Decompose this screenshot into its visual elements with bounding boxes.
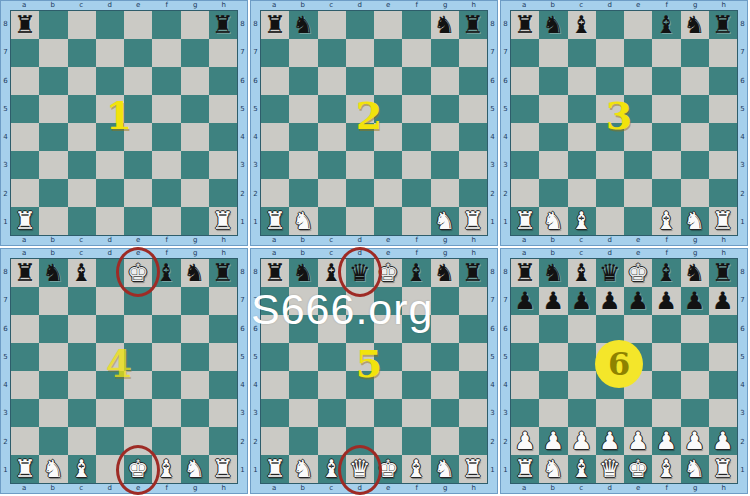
square-g2 xyxy=(431,179,459,207)
rank-label-3: 3 xyxy=(738,399,747,427)
file-labels: abcdefgh xyxy=(510,236,738,245)
square-f1: ♝ xyxy=(652,207,680,235)
white-pawn: ♟ xyxy=(627,429,649,453)
square-e6 xyxy=(124,315,152,343)
square-a2 xyxy=(11,179,39,207)
file-label-c: c xyxy=(67,484,96,493)
square-a4 xyxy=(511,123,539,151)
square-h4 xyxy=(709,123,737,151)
square-h1: ♜ xyxy=(459,455,487,483)
rank-labels: 87654321 xyxy=(501,10,510,236)
white-bishop: ♝ xyxy=(571,457,593,481)
rank-labels: 87654321 xyxy=(238,258,247,484)
file-label-g: g xyxy=(431,236,460,245)
file-labels: abcdefgh xyxy=(510,249,738,258)
square-d6 xyxy=(346,67,374,95)
board-2: abcdefghabcdefgh8765432187654321♜♞♞♜♜♞♞♜… xyxy=(250,0,498,246)
square-e1 xyxy=(374,207,402,235)
square-b7: ♟ xyxy=(539,287,567,315)
rank-label-5: 5 xyxy=(238,343,247,371)
square-b4 xyxy=(539,123,567,151)
square-g3 xyxy=(681,151,709,179)
watermark-text: S666.org xyxy=(251,285,434,334)
rank-label-6: 6 xyxy=(501,67,510,95)
square-f5 xyxy=(652,95,680,123)
file-label-e: e xyxy=(124,484,153,493)
black-bishop: ♝ xyxy=(571,261,593,285)
square-f5 xyxy=(152,343,180,371)
file-label-e: e xyxy=(624,484,653,493)
rank-label-5: 5 xyxy=(488,343,497,371)
black-knight: ♞ xyxy=(684,13,706,37)
square-h7 xyxy=(209,39,237,67)
rank-label-8: 8 xyxy=(738,258,747,286)
white-rook: ♜ xyxy=(14,457,36,481)
square-a8: ♜ xyxy=(11,11,39,39)
rank-label-2: 2 xyxy=(1,180,10,208)
square-g6 xyxy=(181,67,209,95)
file-labels: abcdefgh xyxy=(510,484,738,493)
white-pawn: ♟ xyxy=(712,429,734,453)
rank-labels: 87654321 xyxy=(738,10,747,236)
file-label-b: b xyxy=(39,249,68,258)
square-a3 xyxy=(511,151,539,179)
file-label-b: b xyxy=(539,484,568,493)
white-knight: ♞ xyxy=(434,457,456,481)
black-pawn: ♟ xyxy=(514,289,536,313)
rank-label-4: 4 xyxy=(501,371,510,399)
square-c3 xyxy=(68,151,96,179)
square-h1: ♜ xyxy=(209,455,237,483)
square-a4 xyxy=(511,371,539,399)
square-d3 xyxy=(596,399,624,427)
rank-label-5: 5 xyxy=(501,343,510,371)
rank-label-5: 5 xyxy=(251,95,260,123)
square-a2 xyxy=(511,179,539,207)
square-a1: ♜ xyxy=(261,207,289,235)
square-a5 xyxy=(261,95,289,123)
square-a6 xyxy=(511,315,539,343)
file-label-h: h xyxy=(460,249,489,258)
rank-label-7: 7 xyxy=(488,38,497,66)
white-knight: ♞ xyxy=(43,457,65,481)
file-label-c: c xyxy=(567,236,596,245)
rank-label-7: 7 xyxy=(238,286,247,314)
white-knight: ♞ xyxy=(543,209,565,233)
white-knight: ♞ xyxy=(543,457,565,481)
file-label-f: f xyxy=(653,1,682,10)
square-b3 xyxy=(289,151,317,179)
rank-label-5: 5 xyxy=(501,95,510,123)
file-label-f: f xyxy=(653,236,682,245)
rank-label-8: 8 xyxy=(238,10,247,38)
square-f8: ♝ xyxy=(652,259,680,287)
white-rook: ♜ xyxy=(514,209,536,233)
square-f6 xyxy=(652,315,680,343)
rank-label-6: 6 xyxy=(1,315,10,343)
file-label-a: a xyxy=(10,1,39,10)
black-rook: ♜ xyxy=(712,13,734,37)
rank-label-4: 4 xyxy=(1,371,10,399)
file-labels: abcdefgh xyxy=(260,1,488,10)
step-number-1: 1 xyxy=(106,97,132,135)
rank-labels: 87654321 xyxy=(488,258,497,484)
black-pawn: ♟ xyxy=(656,289,678,313)
square-f1 xyxy=(152,207,180,235)
white-rook: ♜ xyxy=(712,209,734,233)
rank-label-5: 5 xyxy=(738,343,747,371)
square-f3 xyxy=(152,151,180,179)
rank-label-6: 6 xyxy=(738,315,747,343)
square-h3 xyxy=(709,399,737,427)
rank-label-1: 1 xyxy=(1,208,10,236)
rank-label-1: 1 xyxy=(251,456,260,484)
white-pawn: ♟ xyxy=(571,429,593,453)
white-rook: ♜ xyxy=(14,209,36,233)
square-h1: ♜ xyxy=(709,455,737,483)
square-b4 xyxy=(539,371,567,399)
square-d6 xyxy=(96,315,124,343)
square-h7 xyxy=(209,287,237,315)
rank-label-4: 4 xyxy=(238,123,247,151)
rank-label-6: 6 xyxy=(488,67,497,95)
black-rook: ♜ xyxy=(14,13,36,37)
square-h7 xyxy=(459,287,487,315)
square-b2 xyxy=(39,427,67,455)
square-a5 xyxy=(511,95,539,123)
square-f2 xyxy=(152,427,180,455)
square-b8: ♞ xyxy=(39,259,67,287)
square-c3 xyxy=(68,399,96,427)
rank-label-8: 8 xyxy=(251,258,260,286)
square-d2 xyxy=(96,427,124,455)
square-g3 xyxy=(181,151,209,179)
square-a1: ♜ xyxy=(261,455,289,483)
square-a5 xyxy=(261,343,289,371)
black-pawn: ♟ xyxy=(712,289,734,313)
square-e3 xyxy=(624,399,652,427)
square-c4 xyxy=(68,371,96,399)
rank-label-2: 2 xyxy=(251,180,260,208)
black-pawn: ♟ xyxy=(627,289,649,313)
square-c3 xyxy=(568,151,596,179)
white-pawn: ♟ xyxy=(656,429,678,453)
square-b4 xyxy=(289,123,317,151)
square-d8 xyxy=(346,11,374,39)
rank-labels: 87654321 xyxy=(1,258,10,484)
square-a2: ♟ xyxy=(511,427,539,455)
step-number-4: 4 xyxy=(106,345,132,383)
square-f5 xyxy=(152,95,180,123)
square-h8: ♜ xyxy=(209,259,237,287)
rank-label-4: 4 xyxy=(251,123,260,151)
rank-label-1: 1 xyxy=(488,456,497,484)
square-e2 xyxy=(374,427,402,455)
white-bishop: ♝ xyxy=(571,209,593,233)
rank-label-7: 7 xyxy=(738,286,747,314)
black-bishop: ♝ xyxy=(321,261,343,285)
file-label-d: d xyxy=(346,484,375,493)
square-b4 xyxy=(39,371,67,399)
rank-label-2: 2 xyxy=(238,180,247,208)
square-e7: ♟ xyxy=(624,287,652,315)
rank-label-8: 8 xyxy=(1,10,10,38)
square-f8 xyxy=(152,11,180,39)
black-king: ♚ xyxy=(377,261,399,285)
square-d8 xyxy=(96,11,124,39)
square-c1: ♝ xyxy=(318,455,346,483)
square-g1 xyxy=(181,207,209,235)
square-e2 xyxy=(374,179,402,207)
file-label-d: d xyxy=(346,249,375,258)
file-label-c: c xyxy=(67,249,96,258)
square-h2 xyxy=(459,427,487,455)
square-g3 xyxy=(431,399,459,427)
file-label-d: d xyxy=(96,249,125,258)
square-d3 xyxy=(346,151,374,179)
rank-label-3: 3 xyxy=(738,151,747,179)
rank-labels: 87654321 xyxy=(488,10,497,236)
square-g1: ♞ xyxy=(431,207,459,235)
square-a4 xyxy=(261,371,289,399)
board-6: abcdefghabcdefgh8765432187654321♜♞♝♛♚♝♞♜… xyxy=(500,248,748,494)
square-g7 xyxy=(431,287,459,315)
square-b7 xyxy=(539,39,567,67)
square-g8: ♞ xyxy=(431,11,459,39)
black-knight: ♞ xyxy=(543,261,565,285)
square-c3 xyxy=(318,399,346,427)
file-label-f: f xyxy=(153,249,182,258)
square-c4 xyxy=(568,371,596,399)
board-4: abcdefghabcdefgh8765432187654321♜♞♝♚♝♞♜♜… xyxy=(0,248,248,494)
file-label-f: f xyxy=(403,1,432,10)
square-e2 xyxy=(124,427,152,455)
rank-label-1: 1 xyxy=(1,456,10,484)
square-h4 xyxy=(459,123,487,151)
square-a6 xyxy=(11,67,39,95)
square-h2 xyxy=(709,179,737,207)
square-e7 xyxy=(624,39,652,67)
square-c7 xyxy=(568,39,596,67)
rank-label-2: 2 xyxy=(488,180,497,208)
square-d6 xyxy=(96,67,124,95)
file-label-h: h xyxy=(460,1,489,10)
square-h6 xyxy=(459,315,487,343)
rank-label-2: 2 xyxy=(738,180,747,208)
file-label-a: a xyxy=(260,1,289,10)
square-g1: ♞ xyxy=(681,207,709,235)
file-label-a: a xyxy=(260,236,289,245)
square-g1: ♞ xyxy=(681,455,709,483)
square-c8: ♝ xyxy=(318,259,346,287)
square-f4 xyxy=(152,123,180,151)
black-knight: ♞ xyxy=(293,13,315,37)
file-label-c: c xyxy=(67,1,96,10)
square-f6 xyxy=(152,67,180,95)
square-b5 xyxy=(39,95,67,123)
square-f6 xyxy=(402,67,430,95)
file-label-g: g xyxy=(681,249,710,258)
black-bishop: ♝ xyxy=(406,261,428,285)
square-b5 xyxy=(539,95,567,123)
file-label-d: d xyxy=(596,1,625,10)
square-b5 xyxy=(539,343,567,371)
file-label-a: a xyxy=(510,484,539,493)
file-label-g: g xyxy=(431,1,460,10)
square-g2 xyxy=(681,179,709,207)
square-d3 xyxy=(96,399,124,427)
square-d1 xyxy=(96,455,124,483)
file-label-h: h xyxy=(460,236,489,245)
square-c7 xyxy=(68,287,96,315)
square-d8: ♛ xyxy=(596,259,624,287)
file-label-e: e xyxy=(374,484,403,493)
rank-label-1: 1 xyxy=(501,208,510,236)
rank-label-3: 3 xyxy=(238,151,247,179)
square-f1: ♝ xyxy=(152,455,180,483)
rank-label-8: 8 xyxy=(501,258,510,286)
square-h2 xyxy=(209,179,237,207)
white-rook: ♜ xyxy=(264,457,286,481)
black-rook: ♜ xyxy=(212,13,234,37)
square-d2: ♟ xyxy=(596,427,624,455)
square-h4 xyxy=(459,371,487,399)
square-h6 xyxy=(209,67,237,95)
square-g6 xyxy=(681,315,709,343)
black-pawn: ♟ xyxy=(599,289,621,313)
rank-label-4: 4 xyxy=(501,123,510,151)
square-c5 xyxy=(68,95,96,123)
rank-label-3: 3 xyxy=(251,399,260,427)
file-label-b: b xyxy=(539,236,568,245)
square-h7 xyxy=(459,39,487,67)
square-b1: ♞ xyxy=(539,455,567,483)
square-f3 xyxy=(402,399,430,427)
rank-label-2: 2 xyxy=(738,428,747,456)
rank-label-6: 6 xyxy=(1,67,10,95)
file-label-a: a xyxy=(510,1,539,10)
rank-label-1: 1 xyxy=(238,208,247,236)
square-g2 xyxy=(181,179,209,207)
square-b1 xyxy=(39,207,67,235)
square-a7: ♟ xyxy=(511,287,539,315)
square-e1: ♚ xyxy=(124,455,152,483)
rank-label-5: 5 xyxy=(488,95,497,123)
file-label-g: g xyxy=(681,484,710,493)
square-e8 xyxy=(624,11,652,39)
file-labels: abcdefgh xyxy=(260,236,488,245)
square-g6 xyxy=(431,315,459,343)
rank-label-6: 6 xyxy=(738,67,747,95)
square-f8 xyxy=(402,11,430,39)
square-f6 xyxy=(152,315,180,343)
rank-labels: 87654321 xyxy=(738,258,747,484)
square-f4 xyxy=(152,371,180,399)
square-a1: ♜ xyxy=(511,455,539,483)
black-bishop: ♝ xyxy=(571,13,593,37)
square-a8: ♜ xyxy=(511,259,539,287)
square-g4 xyxy=(431,123,459,151)
square-d3 xyxy=(346,399,374,427)
rank-label-3: 3 xyxy=(1,151,10,179)
rank-label-1: 1 xyxy=(501,456,510,484)
square-e1: ♚ xyxy=(624,455,652,483)
rank-label-5: 5 xyxy=(1,95,10,123)
file-label-d: d xyxy=(96,484,125,493)
square-e6 xyxy=(624,67,652,95)
file-label-g: g xyxy=(431,249,460,258)
black-knight: ♞ xyxy=(293,261,315,285)
square-b6 xyxy=(539,67,567,95)
file-label-c: c xyxy=(567,1,596,10)
square-d7 xyxy=(346,39,374,67)
square-g5 xyxy=(681,95,709,123)
file-labels: abcdefgh xyxy=(260,484,488,493)
square-c2 xyxy=(68,179,96,207)
rank-label-7: 7 xyxy=(251,38,260,66)
white-queen: ♛ xyxy=(599,457,621,481)
square-d6 xyxy=(596,67,624,95)
square-d7 xyxy=(596,39,624,67)
square-a4 xyxy=(261,123,289,151)
square-a3 xyxy=(261,399,289,427)
black-rook: ♜ xyxy=(712,261,734,285)
square-b6 xyxy=(39,315,67,343)
square-g8: ♞ xyxy=(181,259,209,287)
square-b1: ♞ xyxy=(289,207,317,235)
square-c2 xyxy=(568,179,596,207)
rank-label-1: 1 xyxy=(238,456,247,484)
square-g4 xyxy=(181,123,209,151)
black-rook: ♜ xyxy=(264,261,286,285)
square-d8 xyxy=(596,11,624,39)
square-b8: ♞ xyxy=(539,259,567,287)
square-a8: ♜ xyxy=(511,11,539,39)
square-d1: ♛ xyxy=(346,455,374,483)
white-bishop: ♝ xyxy=(656,457,678,481)
rank-label-2: 2 xyxy=(488,428,497,456)
square-h1: ♜ xyxy=(459,207,487,235)
file-label-c: c xyxy=(317,1,346,10)
square-g4 xyxy=(681,371,709,399)
square-f1: ♝ xyxy=(402,455,430,483)
square-b8: ♞ xyxy=(539,11,567,39)
file-label-h: h xyxy=(710,1,739,10)
square-g8: ♞ xyxy=(681,11,709,39)
black-rook: ♜ xyxy=(462,13,484,37)
white-rook: ♜ xyxy=(212,209,234,233)
square-d2 xyxy=(96,179,124,207)
black-knight: ♞ xyxy=(43,261,65,285)
file-label-b: b xyxy=(289,1,318,10)
square-d7 xyxy=(96,287,124,315)
square-e7 xyxy=(124,287,152,315)
square-b3 xyxy=(289,399,317,427)
square-d7: ♟ xyxy=(596,287,624,315)
black-rook: ♜ xyxy=(14,261,36,285)
square-b7 xyxy=(39,287,67,315)
white-rook: ♜ xyxy=(712,457,734,481)
square-a2 xyxy=(261,179,289,207)
square-a7 xyxy=(511,39,539,67)
square-c2 xyxy=(318,179,346,207)
square-h8: ♜ xyxy=(459,11,487,39)
square-c6 xyxy=(568,315,596,343)
square-f8: ♝ xyxy=(152,259,180,287)
rank-label-1: 1 xyxy=(251,208,260,236)
white-queen: ♛ xyxy=(349,457,371,481)
square-h1: ♜ xyxy=(209,207,237,235)
